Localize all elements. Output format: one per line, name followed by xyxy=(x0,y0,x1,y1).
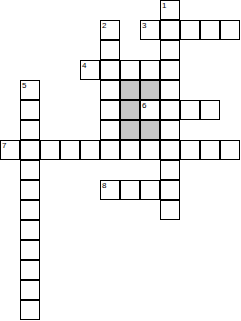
crossword-cell[interactable] xyxy=(220,140,240,160)
crossword-cell[interactable]: 2 xyxy=(100,20,120,40)
crossword-cell[interactable]: 1 xyxy=(160,0,180,20)
crossword-cell[interactable] xyxy=(160,120,180,140)
crossword-cell[interactable] xyxy=(20,200,40,220)
clue-number: 5 xyxy=(22,81,26,90)
crossword-cell[interactable] xyxy=(20,120,40,140)
crossword-cell[interactable] xyxy=(160,40,180,60)
clue-number: 6 xyxy=(142,101,146,110)
crossword-cell[interactable] xyxy=(160,200,180,220)
crossword-cell[interactable] xyxy=(160,20,180,40)
crossword-cell[interactable] xyxy=(120,180,140,200)
clue-number: 8 xyxy=(102,181,106,190)
crossword-cell[interactable] xyxy=(20,180,40,200)
crossword-cell[interactable] xyxy=(100,100,120,120)
crossword-cell[interactable] xyxy=(140,60,160,80)
crossword-cell[interactable] xyxy=(80,140,100,160)
shaded-cell[interactable] xyxy=(140,80,160,100)
crossword-cell[interactable] xyxy=(20,300,40,320)
crossword-cell[interactable] xyxy=(40,140,60,160)
crossword-cell[interactable] xyxy=(200,100,220,120)
crossword-cell[interactable] xyxy=(120,140,140,160)
crossword-cell[interactable] xyxy=(200,20,220,40)
clue-number: 7 xyxy=(2,141,6,150)
clue-number: 4 xyxy=(82,61,86,70)
clue-number: 3 xyxy=(142,21,146,30)
crossword-cell[interactable]: 4 xyxy=(80,60,100,80)
crossword-cell[interactable] xyxy=(160,140,180,160)
crossword-cell[interactable] xyxy=(140,140,160,160)
crossword-cell[interactable] xyxy=(140,180,160,200)
crossword-cell[interactable]: 7 xyxy=(0,140,20,160)
crossword-grid: 12345678 xyxy=(0,0,240,320)
crossword-board: 12345678 xyxy=(0,0,241,321)
crossword-cell[interactable] xyxy=(100,140,120,160)
crossword-cell[interactable] xyxy=(20,160,40,180)
crossword-cell[interactable] xyxy=(120,60,140,80)
crossword-cell[interactable] xyxy=(100,60,120,80)
clue-number: 2 xyxy=(102,21,106,30)
crossword-cell[interactable] xyxy=(20,280,40,300)
crossword-cell[interactable] xyxy=(160,60,180,80)
crossword-cell[interactable] xyxy=(180,100,200,120)
crossword-cell[interactable]: 6 xyxy=(140,100,160,120)
shaded-cell[interactable] xyxy=(120,120,140,140)
crossword-cell[interactable] xyxy=(180,140,200,160)
shaded-cell[interactable] xyxy=(120,80,140,100)
crossword-cell[interactable] xyxy=(180,20,200,40)
crossword-cell[interactable] xyxy=(200,140,220,160)
crossword-cell[interactable] xyxy=(20,140,40,160)
crossword-cell[interactable] xyxy=(160,80,180,100)
crossword-cell[interactable] xyxy=(100,40,120,60)
crossword-cell[interactable]: 3 xyxy=(140,20,160,40)
crossword-cell[interactable]: 5 xyxy=(20,80,40,100)
crossword-cell[interactable] xyxy=(20,220,40,240)
crossword-cell[interactable] xyxy=(100,120,120,140)
crossword-cell[interactable] xyxy=(220,20,240,40)
crossword-cell[interactable] xyxy=(20,100,40,120)
shaded-cell[interactable] xyxy=(140,120,160,140)
crossword-cell[interactable] xyxy=(20,260,40,280)
crossword-cell[interactable] xyxy=(160,180,180,200)
crossword-cell[interactable] xyxy=(160,100,180,120)
crossword-cell[interactable] xyxy=(60,140,80,160)
crossword-cell[interactable] xyxy=(160,160,180,180)
crossword-cell[interactable] xyxy=(20,240,40,260)
shaded-cell[interactable] xyxy=(120,100,140,120)
crossword-cell[interactable] xyxy=(100,80,120,100)
crossword-cell[interactable]: 8 xyxy=(100,180,120,200)
clue-number: 1 xyxy=(162,1,166,10)
